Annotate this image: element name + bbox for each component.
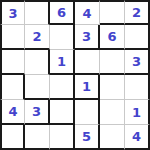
cell-digit: 2	[32, 29, 41, 44]
cell-r5c4[interactable]	[75, 100, 100, 125]
cell-digit: 4	[82, 6, 91, 21]
cell-r1c6[interactable]: 2	[125, 0, 150, 25]
cell-r3c1[interactable]	[0, 50, 25, 75]
puzzle-board: 364223613143154	[0, 0, 150, 150]
cell-r6c4[interactable]: 5	[75, 125, 100, 150]
cell-r3c3[interactable]: 1	[50, 50, 75, 75]
cell-digit: 1	[82, 79, 91, 94]
cell-r1c2[interactable]	[25, 0, 50, 25]
cell-r4c1[interactable]	[0, 75, 25, 100]
cell-digit: 4	[8, 104, 17, 119]
cell-r5c5[interactable]	[100, 100, 125, 125]
cell-r4c5[interactable]	[100, 75, 125, 100]
cell-r5c3[interactable]	[50, 100, 75, 125]
cell-r6c6[interactable]: 4	[125, 125, 150, 150]
cell-r4c3[interactable]	[50, 75, 75, 100]
cell-r3c5[interactable]	[100, 50, 125, 75]
cell-r1c4[interactable]: 4	[75, 0, 100, 25]
cell-digit: 1	[57, 54, 66, 69]
cell-r6c5[interactable]	[100, 125, 125, 150]
cell-digit: 3	[82, 29, 91, 44]
cell-r5c6[interactable]: 1	[125, 100, 150, 125]
cell-r4c2[interactable]	[25, 75, 50, 100]
cell-r1c5[interactable]	[100, 0, 125, 25]
cell-r2c6[interactable]	[125, 25, 150, 50]
cell-r4c4[interactable]: 1	[75, 75, 100, 100]
cell-r6c3[interactable]	[50, 125, 75, 150]
cell-r6c1[interactable]	[0, 125, 25, 150]
cell-digit: 5	[82, 129, 91, 144]
cell-r4c6[interactable]	[125, 75, 150, 100]
cell-digit: 1	[132, 105, 141, 120]
cell-digit: 6	[107, 29, 116, 44]
cell-digit: 3	[8, 6, 17, 21]
cell-r2c2[interactable]: 2	[25, 25, 50, 50]
cell-r2c4[interactable]: 3	[75, 25, 100, 50]
cell-r3c6[interactable]: 3	[125, 50, 150, 75]
cell-r3c2[interactable]	[25, 50, 50, 75]
cell-r5c1[interactable]: 4	[0, 100, 25, 125]
cell-digit: 6	[57, 5, 66, 20]
cell-digit: 4	[132, 129, 141, 144]
cell-r6c2[interactable]	[25, 125, 50, 150]
cell-r2c1[interactable]	[0, 25, 25, 50]
cell-r3c4[interactable]	[75, 50, 100, 75]
cell-r2c3[interactable]	[50, 25, 75, 50]
cell-r1c3[interactable]: 6	[50, 0, 75, 25]
cell-r2c5[interactable]: 6	[100, 25, 125, 50]
cell-digit: 3	[32, 104, 41, 119]
cell-digit: 2	[132, 5, 141, 20]
cell-digit: 3	[132, 54, 141, 69]
cell-r5c2[interactable]: 3	[25, 100, 50, 125]
cell-r1c1[interactable]: 3	[0, 0, 25, 25]
